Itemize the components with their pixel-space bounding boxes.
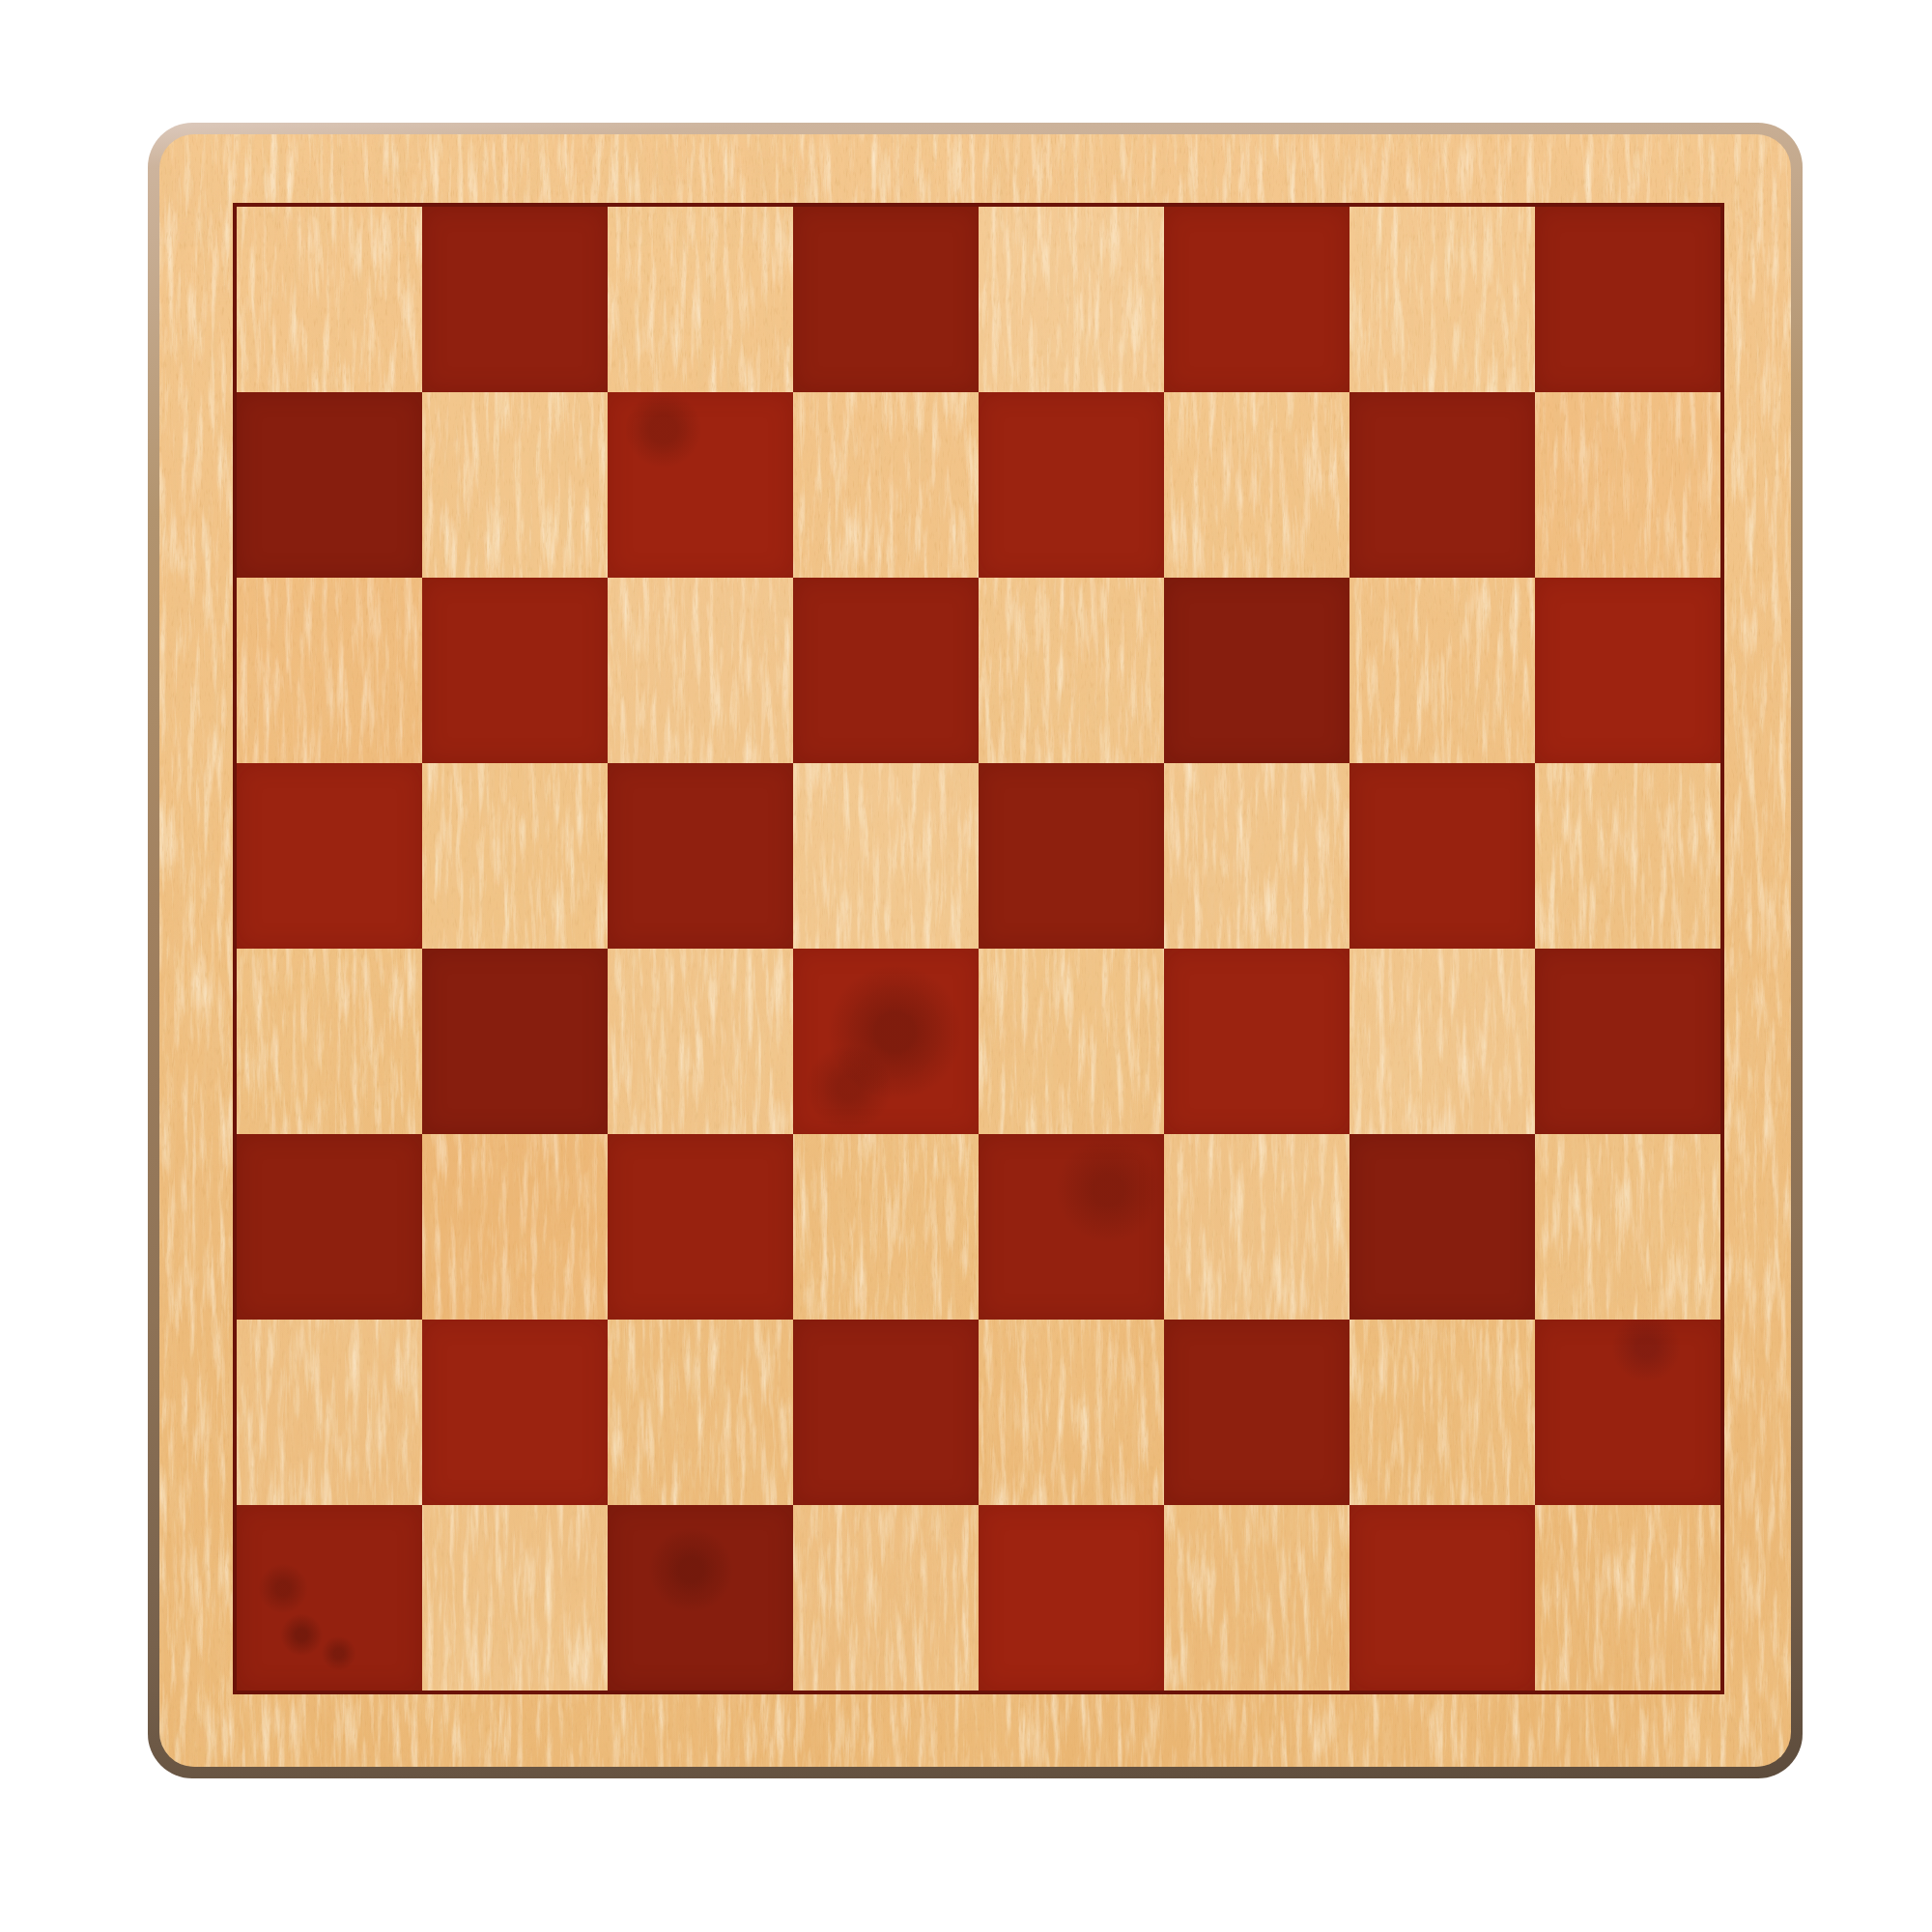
square-r6c3[interactable]	[608, 1134, 793, 1320]
square-r4c6[interactable]	[1164, 763, 1350, 949]
square-r8c5[interactable]	[979, 1505, 1164, 1690]
square-r5c6[interactable]	[1164, 949, 1350, 1134]
square-r2c4[interactable]	[793, 392, 979, 578]
square-r2c3[interactable]	[608, 392, 793, 578]
square-r1c4[interactable]	[793, 207, 979, 392]
square-r4c8[interactable]	[1535, 763, 1720, 949]
square-r3c1[interactable]	[237, 578, 422, 763]
square-r6c4[interactable]	[793, 1134, 979, 1320]
square-r5c8[interactable]	[1535, 949, 1720, 1134]
square-r7c5[interactable]	[979, 1320, 1164, 1505]
square-r5c7[interactable]	[1350, 949, 1535, 1134]
square-r6c5[interactable]	[979, 1134, 1164, 1320]
square-r5c2[interactable]	[422, 949, 608, 1134]
square-r6c2[interactable]	[422, 1134, 608, 1320]
square-r1c5[interactable]	[979, 207, 1164, 392]
square-r3c6[interactable]	[1164, 578, 1350, 763]
square-r3c5[interactable]	[979, 578, 1164, 763]
square-r5c3[interactable]	[608, 949, 793, 1134]
square-r3c8[interactable]	[1535, 578, 1720, 763]
square-r6c7[interactable]	[1350, 1134, 1535, 1320]
square-r8c4[interactable]	[793, 1505, 979, 1690]
square-r2c1[interactable]	[237, 392, 422, 578]
square-r4c3[interactable]	[608, 763, 793, 949]
square-r1c7[interactable]	[1350, 207, 1535, 392]
square-r7c3[interactable]	[608, 1320, 793, 1505]
square-r2c7[interactable]	[1350, 392, 1535, 578]
square-r1c1[interactable]	[237, 207, 422, 392]
square-r3c2[interactable]	[422, 578, 608, 763]
square-r7c2[interactable]	[422, 1320, 608, 1505]
square-r2c5[interactable]	[979, 392, 1164, 578]
board-face	[159, 134, 1791, 1767]
square-r5c1[interactable]	[237, 949, 422, 1134]
square-r4c4[interactable]	[793, 763, 979, 949]
square-r8c3[interactable]	[608, 1505, 793, 1690]
square-r2c8[interactable]	[1535, 392, 1720, 578]
square-r7c7[interactable]	[1350, 1320, 1535, 1505]
square-r1c8[interactable]	[1535, 207, 1720, 392]
square-r7c4[interactable]	[793, 1320, 979, 1505]
square-r2c6[interactable]	[1164, 392, 1350, 578]
square-r4c1[interactable]	[237, 763, 422, 949]
checkers-board	[148, 123, 1803, 1778]
square-r6c6[interactable]	[1164, 1134, 1350, 1320]
square-r4c5[interactable]	[979, 763, 1164, 949]
square-r7c6[interactable]	[1164, 1320, 1350, 1505]
square-r4c7[interactable]	[1350, 763, 1535, 949]
square-r7c8[interactable]	[1535, 1320, 1720, 1505]
square-r5c4[interactable]	[793, 949, 979, 1134]
square-r6c8[interactable]	[1535, 1134, 1720, 1320]
square-r2c2[interactable]	[422, 392, 608, 578]
playing-grid	[233, 203, 1724, 1694]
square-r1c6[interactable]	[1164, 207, 1350, 392]
square-r3c7[interactable]	[1350, 578, 1535, 763]
square-r4c2[interactable]	[422, 763, 608, 949]
square-r8c7[interactable]	[1350, 1505, 1535, 1690]
photo-background	[0, 0, 1932, 1932]
square-r8c2[interactable]	[422, 1505, 608, 1690]
square-r8c1[interactable]	[237, 1505, 422, 1690]
square-r8c6[interactable]	[1164, 1505, 1350, 1690]
square-r3c4[interactable]	[793, 578, 979, 763]
square-r1c2[interactable]	[422, 207, 608, 392]
square-r5c5[interactable]	[979, 949, 1164, 1134]
square-r3c3[interactable]	[608, 578, 793, 763]
square-r1c3[interactable]	[608, 207, 793, 392]
square-r7c1[interactable]	[237, 1320, 422, 1505]
square-r8c8[interactable]	[1535, 1505, 1720, 1690]
square-r6c1[interactable]	[237, 1134, 422, 1320]
